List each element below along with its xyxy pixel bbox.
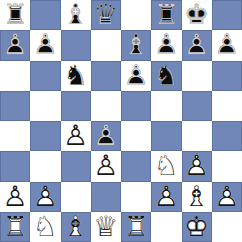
black-rook-outline-layer: ♖ (0, 0, 30, 30)
piece-black-rook[interactable]: ♜♖ (151, 0, 181, 30)
white-king-outline-layer: ♔ (182, 212, 212, 242)
piece-white-bishop[interactable]: ♝♗ (61, 212, 91, 242)
square-b7[interactable]: ♟♙ (30, 30, 60, 60)
square-h6[interactable] (212, 61, 242, 91)
white-pawn-outline-layer: ♙ (30, 182, 60, 212)
white-pawn-outline-layer: ♙ (61, 121, 91, 151)
black-pawn-outline-layer: ♙ (0, 30, 30, 60)
square-c2[interactable] (61, 182, 91, 212)
black-pawn-outline-layer: ♙ (151, 30, 181, 60)
square-e1[interactable]: ♜♖ (121, 212, 151, 242)
square-a3[interactable] (0, 151, 30, 181)
white-pawn-outline-layer: ♙ (91, 151, 121, 181)
black-pawn-outline-layer: ♙ (212, 30, 242, 60)
square-g3[interactable]: ♟♙ (182, 151, 212, 181)
square-f1[interactable] (151, 212, 181, 242)
black-pawn-outline-layer: ♙ (30, 30, 60, 60)
square-b2[interactable]: ♟♙ (30, 182, 60, 212)
piece-white-pawn[interactable]: ♟♙ (151, 182, 181, 212)
white-pawn-outline-layer: ♙ (212, 182, 242, 212)
square-a6[interactable] (0, 61, 30, 91)
piece-white-king[interactable]: ♚♔ (182, 212, 212, 242)
square-d7[interactable] (91, 30, 121, 60)
piece-black-pawn[interactable]: ♟♙ (30, 30, 60, 60)
square-e2[interactable] (121, 182, 151, 212)
piece-white-bishop[interactable]: ♝♗ (182, 182, 212, 212)
square-b6[interactable] (30, 61, 60, 91)
white-pawn-outline-layer: ♙ (0, 182, 30, 212)
square-g4[interactable] (182, 121, 212, 151)
white-bishop-outline-layer: ♗ (61, 212, 91, 242)
white-pawn-outline-layer: ♙ (151, 182, 181, 212)
square-h5[interactable] (212, 91, 242, 121)
piece-black-rook[interactable]: ♜♖ (0, 0, 30, 30)
black-queen-outline-layer: ♕ (91, 0, 121, 30)
square-f2[interactable]: ♟♙ (151, 182, 181, 212)
square-f3[interactable]: ♞♘ (151, 151, 181, 181)
square-f5[interactable] (151, 91, 181, 121)
white-rook-outline-layer: ♖ (121, 212, 151, 242)
square-c6[interactable]: ♞♘ (61, 61, 91, 91)
square-b8[interactable] (30, 0, 60, 30)
square-g1[interactable]: ♚♔ (182, 212, 212, 242)
black-pawn-outline-layer: ♙ (182, 30, 212, 60)
black-rook-outline-layer: ♖ (151, 0, 181, 30)
square-h3[interactable] (212, 151, 242, 181)
piece-black-king[interactable]: ♚♔ (182, 0, 212, 30)
piece-white-pawn[interactable]: ♟♙ (30, 182, 60, 212)
black-knight-outline-layer: ♘ (151, 61, 181, 91)
piece-white-pawn[interactable]: ♟♙ (61, 121, 91, 151)
square-a1[interactable]: ♜♖ (0, 212, 30, 242)
square-a8[interactable]: ♜♖ (0, 0, 30, 30)
square-b4[interactable] (30, 121, 60, 151)
square-h4[interactable] (212, 121, 242, 151)
square-e6[interactable]: ♟♙ (121, 61, 151, 91)
square-e5[interactable] (121, 91, 151, 121)
square-g6[interactable] (182, 61, 212, 91)
square-d8[interactable]: ♛♕ (91, 0, 121, 30)
square-e3[interactable] (121, 151, 151, 181)
square-h7[interactable]: ♟♙ (212, 30, 242, 60)
piece-white-knight[interactable]: ♞♘ (151, 151, 181, 181)
square-d2[interactable] (91, 182, 121, 212)
white-queen-outline-layer: ♕ (91, 212, 121, 242)
piece-black-pawn[interactable]: ♟♙ (182, 30, 212, 60)
square-d5[interactable] (91, 91, 121, 121)
piece-black-bishop[interactable]: ♝♗ (121, 30, 151, 60)
piece-white-rook[interactable]: ♜♖ (121, 212, 151, 242)
piece-white-pawn[interactable]: ♟♙ (0, 182, 30, 212)
square-d6[interactable] (91, 61, 121, 91)
piece-white-pawn[interactable]: ♟♙ (91, 151, 121, 181)
white-rook-outline-layer: ♖ (0, 212, 30, 242)
square-b5[interactable] (30, 91, 60, 121)
square-g7[interactable]: ♟♙ (182, 30, 212, 60)
square-g8[interactable]: ♚♔ (182, 0, 212, 30)
square-b1[interactable]: ♞♘ (30, 212, 60, 242)
white-knight-outline-layer: ♘ (30, 212, 60, 242)
square-f6[interactable]: ♞♘ (151, 61, 181, 91)
square-g5[interactable] (182, 91, 212, 121)
white-knight-outline-layer: ♘ (151, 151, 181, 181)
square-g2[interactable]: ♝♗ (182, 182, 212, 212)
square-a5[interactable] (0, 91, 30, 121)
square-a7[interactable]: ♟♙ (0, 30, 30, 60)
chess-board: ♜♖♝♗♛♕♜♖♚♔♟♙♟♙♝♗♟♙♟♙♟♙♞♘♟♙♞♘♟♙♟♙♟♙♞♘♟♙♟♙… (0, 0, 242, 242)
black-pawn-outline-layer: ♙ (91, 121, 121, 151)
piece-black-pawn[interactable]: ♟♙ (121, 61, 151, 91)
piece-black-pawn[interactable]: ♟♙ (0, 30, 30, 60)
square-c7[interactable] (61, 30, 91, 60)
square-e8[interactable] (121, 0, 151, 30)
square-f7[interactable]: ♟♙ (151, 30, 181, 60)
piece-black-queen[interactable]: ♛♕ (91, 0, 121, 30)
square-d4[interactable]: ♟♙ (91, 121, 121, 151)
square-c8[interactable]: ♝♗ (61, 0, 91, 30)
black-pawn-outline-layer: ♙ (121, 61, 151, 91)
piece-white-queen[interactable]: ♛♕ (91, 212, 121, 242)
piece-white-rook[interactable]: ♜♖ (0, 212, 30, 242)
black-bishop-outline-layer: ♗ (61, 0, 91, 30)
square-a4[interactable] (0, 121, 30, 151)
piece-black-knight[interactable]: ♞♘ (151, 61, 181, 91)
black-knight-outline-layer: ♘ (61, 61, 91, 91)
piece-black-pawn[interactable]: ♟♙ (151, 30, 181, 60)
piece-black-bishop[interactable]: ♝♗ (61, 0, 91, 30)
white-bishop-outline-layer: ♗ (182, 182, 212, 212)
piece-white-pawn[interactable]: ♟♙ (212, 182, 242, 212)
square-c1[interactable]: ♝♗ (61, 212, 91, 242)
piece-black-knight[interactable]: ♞♘ (61, 61, 91, 91)
piece-white-pawn[interactable]: ♟♙ (182, 151, 212, 181)
piece-black-pawn[interactable]: ♟♙ (212, 30, 242, 60)
square-a2[interactable]: ♟♙ (0, 182, 30, 212)
white-pawn-outline-layer: ♙ (182, 151, 212, 181)
square-f8[interactable]: ♜♖ (151, 0, 181, 30)
piece-black-pawn[interactable]: ♟♙ (91, 121, 121, 151)
black-bishop-outline-layer: ♗ (121, 30, 151, 60)
square-c4[interactable]: ♟♙ (61, 121, 91, 151)
square-d1[interactable]: ♛♕ (91, 212, 121, 242)
square-h2[interactable]: ♟♙ (212, 182, 242, 212)
square-d3[interactable]: ♟♙ (91, 151, 121, 181)
square-f4[interactable] (151, 121, 181, 151)
square-h1[interactable] (212, 212, 242, 242)
square-e7[interactable]: ♝♗ (121, 30, 151, 60)
square-c3[interactable] (61, 151, 91, 181)
piece-white-knight[interactable]: ♞♘ (30, 212, 60, 242)
square-c5[interactable] (61, 91, 91, 121)
square-h8[interactable] (212, 0, 242, 30)
black-king-outline-layer: ♔ (182, 0, 212, 30)
square-e4[interactable] (121, 121, 151, 151)
square-b3[interactable] (30, 151, 60, 181)
